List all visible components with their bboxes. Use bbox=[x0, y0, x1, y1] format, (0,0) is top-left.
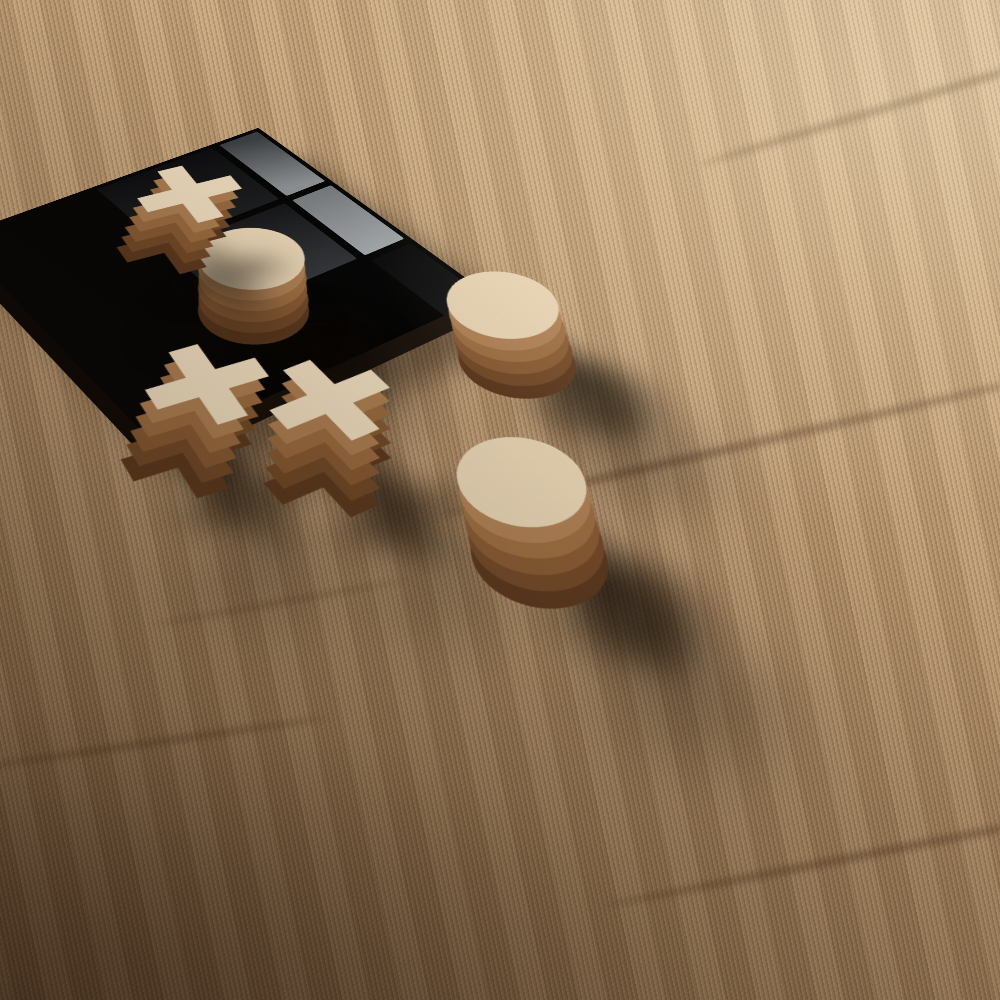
lighting-overlay bbox=[0, 0, 1000, 1000]
tic-tac-toe-photo: ✚ ● ✚ ✚ ● ● bbox=[0, 0, 1000, 1000]
